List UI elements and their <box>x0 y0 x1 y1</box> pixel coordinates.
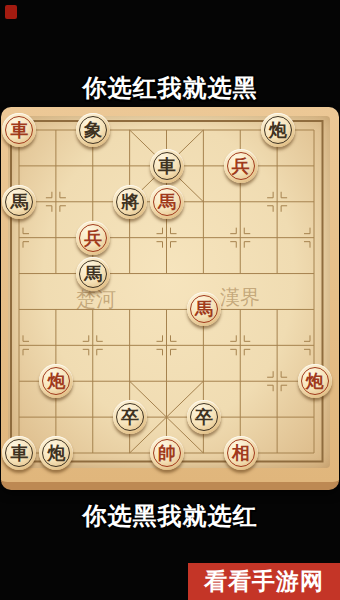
pieces-grid: 車象炮車兵馬將馬兵馬馬炮炮卒卒車炮帥相 <box>1 112 333 471</box>
piece-glyph: 兵 <box>232 157 250 175</box>
piece-glyph: 馬 <box>10 193 28 211</box>
piece-glyph: 馬 <box>84 265 102 283</box>
piece-glyph: 卒 <box>195 408 213 426</box>
piece-red-cannon[interactable]: 炮 <box>39 364 73 398</box>
piece-black-horse[interactable]: 馬 <box>2 185 36 219</box>
piece-red-cannon[interactable]: 炮 <box>298 364 332 398</box>
piece-black-cannon[interactable]: 炮 <box>261 113 295 147</box>
piece-black-chariot[interactable]: 車 <box>2 436 36 470</box>
piece-glyph: 車 <box>158 157 176 175</box>
piece-black-soldier[interactable]: 卒 <box>187 400 221 434</box>
piece-glyph: 卒 <box>121 408 139 426</box>
piece-red-general[interactable]: 帥 <box>150 436 184 470</box>
piece-glyph: 車 <box>10 444 28 462</box>
screenshot-stage: 你选红我就选黑 楚河漢界車象炮車兵馬將馬兵馬馬炮炮卒卒車炮帥相 你选黑我就选红 … <box>0 0 340 600</box>
piece-black-horse[interactable]: 馬 <box>76 257 110 291</box>
piece-glyph: 車 <box>10 121 28 139</box>
site-watermark: 看看手游网 <box>188 563 340 600</box>
piece-red-soldier[interactable]: 兵 <box>224 149 258 183</box>
piece-black-general[interactable]: 將 <box>113 185 147 219</box>
piece-black-soldier[interactable]: 卒 <box>113 400 147 434</box>
piece-glyph: 將 <box>121 193 139 211</box>
piece-red-horse[interactable]: 馬 <box>187 292 221 326</box>
piece-red-horse[interactable]: 馬 <box>150 185 184 219</box>
bottom-caption: 你选黑我就选红 <box>0 500 340 532</box>
piece-red-elephant[interactable]: 相 <box>224 436 258 470</box>
piece-glyph: 相 <box>232 444 250 462</box>
piece-glyph: 炮 <box>47 372 65 390</box>
piece-glyph: 兵 <box>84 229 102 247</box>
piece-glyph: 馬 <box>158 193 176 211</box>
piece-black-cannon[interactable]: 炮 <box>39 436 73 470</box>
piece-black-chariot[interactable]: 車 <box>150 149 184 183</box>
piece-glyph: 帥 <box>158 444 176 462</box>
piece-glyph: 馬 <box>195 300 213 318</box>
piece-glyph: 象 <box>84 121 102 139</box>
piece-glyph: 炮 <box>47 444 65 462</box>
piece-red-soldier[interactable]: 兵 <box>76 221 110 255</box>
piece-glyph: 炮 <box>269 121 287 139</box>
piece-red-chariot[interactable]: 車 <box>2 113 36 147</box>
piece-glyph: 炮 <box>306 372 324 390</box>
piece-black-elephant[interactable]: 象 <box>76 113 110 147</box>
